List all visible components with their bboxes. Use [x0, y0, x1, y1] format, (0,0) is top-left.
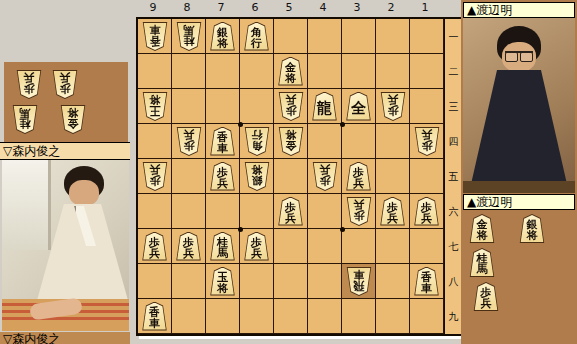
cell-4九 [308, 299, 342, 334]
cell-3八: 飛車 [342, 264, 376, 299]
cell-4八 [308, 264, 342, 299]
shogi-piece-gote-歩兵: 歩兵 [142, 162, 168, 191]
shogi-piece-sente-金将: 金将 [278, 57, 304, 86]
file-labels: 987654321 [136, 1, 442, 17]
rank-label-二: 二 [445, 54, 462, 89]
shogi-piece-gote-歩兵: 歩兵 [346, 197, 372, 226]
file-label-6: 6 [238, 1, 272, 17]
cell-6四: 角行 [240, 124, 274, 159]
cell-6二 [240, 54, 274, 89]
photo-moriuchi [2, 160, 129, 331]
photo-watanabe [463, 18, 575, 193]
star-point [340, 122, 345, 127]
cell-1二 [410, 54, 444, 89]
cell-4六 [308, 194, 342, 229]
cell-1六: 歩兵 [410, 194, 444, 229]
shogi-piece-sente-銀将: 銀将 [210, 22, 236, 51]
cell-1三 [410, 89, 444, 124]
shogi-piece-gote-歩兵: 歩兵 [414, 127, 440, 156]
window-background [2, 160, 51, 250]
cell-5三: 歩兵 [274, 89, 308, 124]
shogi-piece-gote-王将: 王将 [142, 92, 168, 121]
cell-6七: 歩兵 [240, 229, 274, 264]
cell-3四 [342, 124, 376, 159]
cell-3二 [342, 54, 376, 89]
rank-label-三: 三 [445, 89, 462, 124]
shogi-piece-sente-歩兵: 歩兵 [244, 232, 270, 261]
cell-7四: 香車 [206, 124, 240, 159]
shogi-piece-sente-歩兵: 歩兵 [176, 232, 202, 261]
file-label-1: 1 [408, 1, 442, 17]
file-label-7: 7 [204, 1, 238, 17]
cell-2八 [376, 264, 410, 299]
shogi-piece-sente-金将: 金将 [469, 214, 495, 243]
cell-1八: 香車 [410, 264, 444, 299]
shogi-piece-gote-金将: 金将 [60, 105, 86, 134]
photo-table-edge [463, 181, 575, 193]
cell-7三 [206, 89, 240, 124]
sente-captured-tray: 金将銀将桂馬歩兵 [461, 211, 577, 344]
shogi-piece-sente-玉将: 玉将 [210, 267, 236, 296]
rank-label-四: 四 [445, 124, 462, 159]
cell-8八 [172, 264, 206, 299]
cell-7二 [206, 54, 240, 89]
shogi-board: 香車桂馬銀将角行金将王将歩兵龍全歩兵歩兵香車角行金将歩兵歩兵歩兵銀将歩兵歩兵歩兵… [138, 19, 444, 334]
board-frame: 香車桂馬銀将角行金将王将歩兵龍全歩兵歩兵香車角行金将歩兵歩兵歩兵銀将歩兵歩兵歩兵… [136, 17, 464, 336]
shogi-piece-sente-龍: 龍 [312, 92, 338, 121]
shogi-piece-sente-歩兵: 歩兵 [414, 197, 440, 226]
star-point [238, 122, 243, 127]
shogi-piece-sente-全: 全 [346, 92, 372, 121]
shogi-piece-gote-桂馬: 桂馬 [176, 22, 202, 51]
cell-3七 [342, 229, 376, 264]
cell-3三: 全 [342, 89, 376, 124]
cell-4四 [308, 124, 342, 159]
cell-2九 [376, 299, 410, 334]
watanabe-kimono [469, 70, 569, 193]
cell-9四 [138, 124, 172, 159]
cell-5五 [274, 159, 308, 194]
cell-2一 [376, 19, 410, 54]
cell-7六 [206, 194, 240, 229]
cell-1九 [410, 299, 444, 334]
cell-2七 [376, 229, 410, 264]
shogi-piece-sente-香車: 香車 [414, 267, 440, 296]
shogi-piece-sente-銀将: 銀将 [519, 214, 545, 243]
cell-3一 [342, 19, 376, 54]
cell-6三 [240, 89, 274, 124]
shogi-piece-sente-歩兵: 歩兵 [278, 197, 304, 226]
shogi-piece-gote-角行: 角行 [244, 127, 270, 156]
cell-9三: 王将 [138, 89, 172, 124]
shogi-piece-sente-香車: 香車 [142, 302, 168, 331]
cell-2五 [376, 159, 410, 194]
shogi-piece-gote-歩兵: 歩兵 [176, 127, 202, 156]
cell-8二 [172, 54, 206, 89]
cell-8九 [172, 299, 206, 334]
shogi-piece-gote-銀将: 銀将 [244, 162, 270, 191]
cell-6八 [240, 264, 274, 299]
gote-captured-tray: 歩兵歩兵桂馬金将 [4, 62, 128, 142]
cell-2六: 歩兵 [376, 194, 410, 229]
file-label-2: 2 [374, 1, 408, 17]
shogi-piece-gote-金将: 金将 [278, 127, 304, 156]
shogi-piece-sente-歩兵: 歩兵 [346, 162, 372, 191]
kifu-viewer-window: 歩兵歩兵桂馬金将 ▽森内俊之 ▽森内俊之 987654321 香車桂馬銀将角行金… [0, 0, 577, 344]
shogi-piece-gote-歩兵: 歩兵 [52, 70, 78, 99]
cell-4三: 龍 [308, 89, 342, 124]
file-label-9: 9 [136, 1, 170, 17]
shogi-piece-sente-歩兵: 歩兵 [473, 282, 499, 311]
shogi-piece-gote-歩兵: 歩兵 [16, 70, 42, 99]
rank-labels: 一二三四五六七八九 [444, 19, 462, 334]
file-label-8: 8 [170, 1, 204, 17]
cell-1七 [410, 229, 444, 264]
shogi-piece-gote-桂馬: 桂馬 [12, 105, 38, 134]
shogi-piece-gote-歩兵: 歩兵 [312, 162, 338, 191]
cell-8一: 桂馬 [172, 19, 206, 54]
cell-9八 [138, 264, 172, 299]
cell-5一 [274, 19, 308, 54]
cell-7一: 銀将 [206, 19, 240, 54]
cell-8六 [172, 194, 206, 229]
cell-8三 [172, 89, 206, 124]
rank-label-八: 八 [445, 264, 462, 299]
shogi-piece-sente-角行: 角行 [244, 22, 270, 51]
cell-2二 [376, 54, 410, 89]
cell-6五: 銀将 [240, 159, 274, 194]
cell-7七: 桂馬 [206, 229, 240, 264]
cell-1四: 歩兵 [410, 124, 444, 159]
cell-8五 [172, 159, 206, 194]
cell-1一 [410, 19, 444, 54]
rank-label-一: 一 [445, 19, 462, 54]
sente-panel: ▲渡辺明 ▲渡辺明 金将銀将桂馬歩兵 [461, 0, 577, 344]
cell-4二 [308, 54, 342, 89]
shogi-piece-sente-歩兵: 歩兵 [210, 162, 236, 191]
cell-5九 [274, 299, 308, 334]
cell-6一: 角行 [240, 19, 274, 54]
rank-label-六: 六 [445, 194, 462, 229]
cell-5四: 金将 [274, 124, 308, 159]
cell-9一: 香車 [138, 19, 172, 54]
cell-9五: 歩兵 [138, 159, 172, 194]
cell-2四 [376, 124, 410, 159]
file-label-3: 3 [340, 1, 374, 17]
file-label-5: 5 [272, 1, 306, 17]
cell-6六 [240, 194, 274, 229]
shogi-piece-gote-香車: 香車 [142, 22, 168, 51]
cell-1五 [410, 159, 444, 194]
cell-4七 [308, 229, 342, 264]
shogi-piece-sente-歩兵: 歩兵 [142, 232, 168, 261]
cell-8四: 歩兵 [172, 124, 206, 159]
shogi-piece-sente-桂馬: 桂馬 [210, 232, 236, 261]
shogi-piece-sente-歩兵: 歩兵 [380, 197, 406, 226]
cell-9七: 歩兵 [138, 229, 172, 264]
cell-4五: 歩兵 [308, 159, 342, 194]
gote-name-label-bottom: ▽森内俊之 [0, 332, 130, 344]
shogi-piece-gote-歩兵: 歩兵 [380, 92, 406, 121]
cell-4一 [308, 19, 342, 54]
rank-label-九: 九 [445, 299, 462, 334]
shogi-piece-gote-飛車: 飛車 [346, 267, 372, 296]
cell-3五: 歩兵 [342, 159, 376, 194]
shogi-piece-sente-桂馬: 桂馬 [469, 248, 495, 277]
moriuchi-face [69, 180, 99, 206]
cell-5二: 金将 [274, 54, 308, 89]
watanabe-glasses [505, 51, 533, 61]
star-point [238, 227, 243, 232]
cell-3六: 歩兵 [342, 194, 376, 229]
cell-9六 [138, 194, 172, 229]
shogi-piece-gote-歩兵: 歩兵 [278, 92, 304, 121]
cell-9九: 香車 [138, 299, 172, 334]
rank-label-七: 七 [445, 229, 462, 264]
star-point [340, 227, 345, 232]
shogi-piece-sente-香車: 香車 [210, 127, 236, 156]
cell-2三: 歩兵 [376, 89, 410, 124]
cell-8七: 歩兵 [172, 229, 206, 264]
file-label-4: 4 [306, 1, 340, 17]
cell-7九 [206, 299, 240, 334]
cell-5七 [274, 229, 308, 264]
sente-name-label-mid: ▲渡辺明 [463, 194, 575, 210]
cell-6九 [240, 299, 274, 334]
cell-5八 [274, 264, 308, 299]
cell-9二 [138, 54, 172, 89]
cell-7五: 歩兵 [206, 159, 240, 194]
cell-3九 [342, 299, 376, 334]
cell-5六: 歩兵 [274, 194, 308, 229]
cell-7八: 玉将 [206, 264, 240, 299]
rank-label-五: 五 [445, 159, 462, 194]
sente-name-label-top: ▲渡辺明 [463, 2, 575, 18]
gote-name-label-mid: ▽森内俊之 [0, 142, 130, 160]
